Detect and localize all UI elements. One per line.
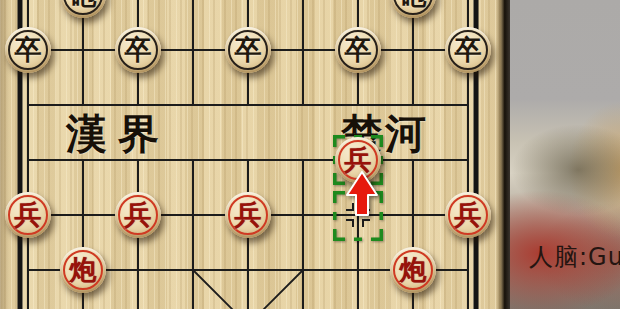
piece-glyph: 卒	[345, 27, 372, 73]
piece-black-soldier[interactable]: 卒	[115, 27, 161, 73]
piece-red-soldier[interactable]: 兵	[225, 192, 271, 238]
piece-red-cannon[interactable]: 炮	[60, 247, 106, 293]
river-label-han: 漢界	[66, 112, 170, 156]
piece-red-cannon[interactable]: 炮	[390, 247, 436, 293]
board-edge	[496, 0, 510, 309]
piece-black-soldier[interactable]: 卒	[5, 27, 51, 73]
xiangqi-app: 人脑:Gu 漢界 楚河	[0, 0, 620, 309]
piece-red-soldier[interactable]: 兵	[5, 192, 51, 238]
board[interactable]: 漢界 楚河 砲砲卒卒卒卒卒兵兵兵兵兵炮炮	[0, 0, 510, 309]
piece-black-soldier[interactable]: 卒	[445, 27, 491, 73]
piece-glyph: 卒	[455, 27, 482, 73]
piece-glyph: 炮	[400, 247, 427, 293]
piece-glyph: 兵	[455, 192, 482, 238]
piece-red-soldier[interactable]: 兵	[445, 192, 491, 238]
player-label: 人脑:Gu	[529, 241, 620, 273]
piece-glyph: 卒	[125, 27, 152, 73]
piece-glyph: 卒	[235, 27, 262, 73]
piece-glyph: 卒	[15, 27, 42, 73]
piece-red-soldier[interactable]: 兵	[115, 192, 161, 238]
side-panel: 人脑:Gu	[510, 0, 620, 309]
move-arrow-icon	[346, 171, 378, 216]
piece-glyph: 炮	[70, 247, 97, 293]
piece-glyph: 兵	[125, 192, 152, 238]
piece-glyph: 砲	[400, 0, 427, 18]
piece-black-soldier[interactable]: 卒	[225, 27, 271, 73]
piece-glyph: 兵	[15, 192, 42, 238]
piece-black-soldier[interactable]: 卒	[335, 27, 381, 73]
piece-glyph: 兵	[235, 192, 262, 238]
piece-glyph: 砲	[70, 0, 97, 18]
